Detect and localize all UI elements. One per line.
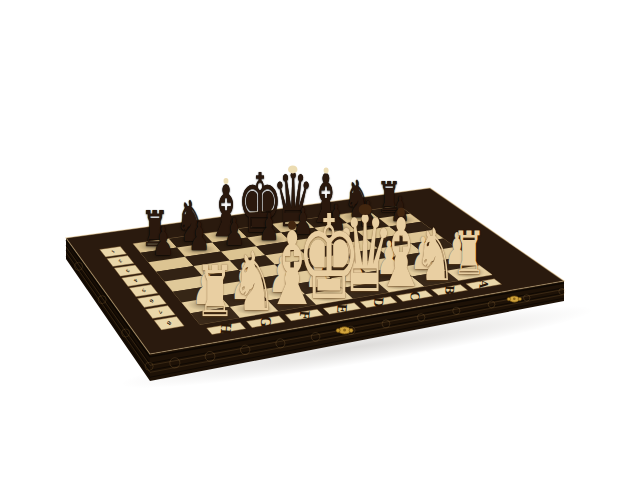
file-label: D (371, 296, 387, 308)
file-label: C (407, 291, 422, 302)
chess-set-photo: 87654321HGFEDCBA ♜♞♝♛♚♝♞♜♟♟♟♟♟♟♟♟♟♟♟♟♟♟♟… (0, 0, 640, 480)
chessboard: 87654321HGFEDCBA (0, 0, 640, 480)
file-label: G (258, 315, 274, 327)
file-label: B (442, 284, 457, 295)
file-label: E (334, 303, 350, 314)
file-label: F (296, 310, 312, 321)
file-label: H (218, 321, 235, 335)
